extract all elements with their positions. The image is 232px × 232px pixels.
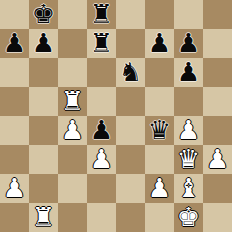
square-h5[interactable]	[203, 87, 232, 116]
square-f4[interactable]: ♛	[145, 116, 174, 145]
square-e6[interactable]: ♞	[116, 58, 145, 87]
square-e4[interactable]	[116, 116, 145, 145]
square-c2[interactable]	[58, 174, 87, 203]
black-rook[interactable]: ♜	[90, 29, 113, 58]
square-c6[interactable]	[58, 58, 87, 87]
square-c1[interactable]	[58, 203, 87, 232]
square-g5[interactable]	[174, 87, 203, 116]
black-queen[interactable]: ♛	[148, 116, 171, 145]
black-pawn[interactable]: ♟	[177, 58, 200, 87]
square-c7[interactable]	[58, 29, 87, 58]
square-g7[interactable]: ♟	[174, 29, 203, 58]
white-rook[interactable]: ♜	[32, 203, 55, 232]
square-f2[interactable]: ♟	[145, 174, 174, 203]
black-knight[interactable]: ♞	[119, 58, 142, 87]
white-rook[interactable]: ♜	[61, 87, 84, 116]
square-b1[interactable]: ♜	[29, 203, 58, 232]
square-b2[interactable]	[29, 174, 58, 203]
square-a4[interactable]	[0, 116, 29, 145]
square-a7[interactable]: ♟	[0, 29, 29, 58]
square-g4[interactable]: ♟	[174, 116, 203, 145]
square-e5[interactable]	[116, 87, 145, 116]
square-f7[interactable]: ♟	[145, 29, 174, 58]
square-d2[interactable]	[87, 174, 116, 203]
square-h2[interactable]	[203, 174, 232, 203]
square-a3[interactable]	[0, 145, 29, 174]
square-a2[interactable]: ♟	[0, 174, 29, 203]
black-pawn[interactable]: ♟	[3, 29, 26, 58]
square-d8[interactable]: ♜	[87, 0, 116, 29]
square-c5[interactable]: ♜	[58, 87, 87, 116]
square-d5[interactable]	[87, 87, 116, 116]
black-pawn[interactable]: ♟	[148, 29, 171, 58]
square-h6[interactable]	[203, 58, 232, 87]
square-g8[interactable]	[174, 0, 203, 29]
square-h1[interactable]	[203, 203, 232, 232]
square-b7[interactable]: ♟	[29, 29, 58, 58]
square-g1[interactable]: ♚	[174, 203, 203, 232]
square-e1[interactable]	[116, 203, 145, 232]
white-pawn[interactable]: ♟	[148, 174, 171, 203]
square-g6[interactable]: ♟	[174, 58, 203, 87]
white-queen[interactable]: ♛	[177, 145, 200, 174]
square-h3[interactable]: ♟	[203, 145, 232, 174]
square-a1[interactable]	[0, 203, 29, 232]
square-b3[interactable]	[29, 145, 58, 174]
square-g3[interactable]: ♛	[174, 145, 203, 174]
white-pawn[interactable]: ♟	[3, 174, 26, 203]
square-a8[interactable]	[0, 0, 29, 29]
square-d7[interactable]: ♜	[87, 29, 116, 58]
white-pawn[interactable]: ♟	[61, 116, 84, 145]
square-e8[interactable]	[116, 0, 145, 29]
square-c4[interactable]: ♟	[58, 116, 87, 145]
white-bishop[interactable]: ♝	[177, 174, 200, 203]
white-pawn[interactable]: ♟	[206, 145, 229, 174]
square-b4[interactable]	[29, 116, 58, 145]
black-king[interactable]: ♚	[32, 0, 55, 29]
square-h7[interactable]	[203, 29, 232, 58]
chess-board: ♚♜♟♟♜♟♟♞♟♜♟♟♛♟♟♛♟♟♟♝♜♚	[0, 0, 232, 232]
square-d3[interactable]: ♟	[87, 145, 116, 174]
square-a6[interactable]	[0, 58, 29, 87]
square-g2[interactable]: ♝	[174, 174, 203, 203]
square-f1[interactable]	[145, 203, 174, 232]
square-f6[interactable]	[145, 58, 174, 87]
square-d1[interactable]	[87, 203, 116, 232]
black-rook[interactable]: ♜	[90, 0, 113, 29]
square-d6[interactable]	[87, 58, 116, 87]
white-pawn[interactable]: ♟	[177, 116, 200, 145]
square-b8[interactable]: ♚	[29, 0, 58, 29]
square-b6[interactable]	[29, 58, 58, 87]
square-e3[interactable]	[116, 145, 145, 174]
square-h4[interactable]	[203, 116, 232, 145]
square-f3[interactable]	[145, 145, 174, 174]
square-f5[interactable]	[145, 87, 174, 116]
white-pawn[interactable]: ♟	[90, 145, 113, 174]
black-pawn[interactable]: ♟	[90, 116, 113, 145]
square-d4[interactable]: ♟	[87, 116, 116, 145]
black-pawn[interactable]: ♟	[32, 29, 55, 58]
square-e2[interactable]	[116, 174, 145, 203]
square-c8[interactable]	[58, 0, 87, 29]
square-f8[interactable]	[145, 0, 174, 29]
square-a5[interactable]	[0, 87, 29, 116]
chess-board-wrapper: ♚♜♟♟♜♟♟♞♟♜♟♟♛♟♟♛♟♟♟♝♜♚	[0, 0, 232, 232]
square-h8[interactable]	[203, 0, 232, 29]
square-e7[interactable]	[116, 29, 145, 58]
black-pawn[interactable]: ♟	[177, 29, 200, 58]
white-king[interactable]: ♚	[177, 203, 200, 232]
square-c3[interactable]	[58, 145, 87, 174]
square-b5[interactable]	[29, 87, 58, 116]
